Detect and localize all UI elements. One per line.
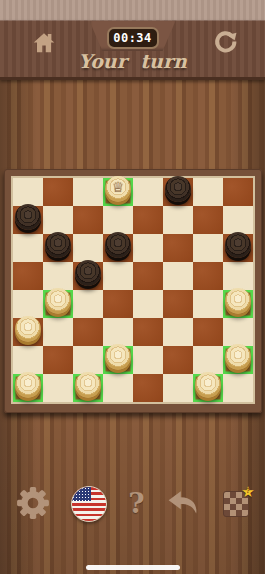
square-r6c1[interactable] — [43, 346, 73, 374]
gear-icon — [16, 486, 50, 523]
square-r2c0[interactable] — [13, 234, 43, 262]
settings-button[interactable] — [16, 486, 50, 523]
square-r6c6[interactable] — [193, 346, 223, 374]
square-r0c7[interactable] — [223, 178, 253, 206]
square-r5c6[interactable] — [193, 318, 223, 346]
square-r5c4[interactable] — [133, 318, 163, 346]
square-r0c0[interactable] — [13, 178, 43, 206]
white-man[interactable] — [15, 372, 41, 398]
square-r0c6[interactable] — [193, 178, 223, 206]
square-r2c3[interactable] — [103, 234, 133, 262]
square-r7c7[interactable] — [223, 374, 253, 402]
puzzles-button[interactable]: ★ ? — [223, 491, 249, 517]
black-man[interactable] — [225, 232, 251, 258]
crown-icon: ♕ — [112, 179, 125, 195]
board-frame-pinstripe: ♕ — [11, 176, 255, 404]
square-r7c3[interactable] — [103, 374, 133, 402]
undo-arrow-icon — [166, 487, 202, 522]
square-r6c5[interactable] — [163, 346, 193, 374]
white-man[interactable] — [225, 288, 251, 314]
star-badge-icon: ★ ? — [239, 483, 257, 501]
help-button[interactable]: ? — [128, 490, 144, 518]
square-r5c5[interactable] — [163, 318, 193, 346]
square-r5c7[interactable] — [223, 318, 253, 346]
square-r3c2[interactable] — [73, 262, 103, 290]
square-r1c0[interactable] — [13, 206, 43, 234]
square-r7c1[interactable] — [43, 374, 73, 402]
square-r1c7[interactable] — [223, 206, 253, 234]
square-r3c7[interactable] — [223, 262, 253, 290]
square-r0c3[interactable]: ♕ — [103, 178, 133, 206]
status-strip — [0, 0, 265, 20]
square-r4c3[interactable] — [103, 290, 133, 318]
square-r3c0[interactable] — [13, 262, 43, 290]
square-r0c2[interactable] — [73, 178, 103, 206]
square-r7c4[interactable] — [133, 374, 163, 402]
square-r4c2[interactable] — [73, 290, 103, 318]
square-r0c5[interactable] — [163, 178, 193, 206]
black-man[interactable] — [45, 232, 71, 258]
square-r7c5[interactable] — [163, 374, 193, 402]
square-r5c3[interactable] — [103, 318, 133, 346]
square-r0c4[interactable] — [133, 178, 163, 206]
timer: 00:34 — [107, 27, 159, 49]
square-r1c3[interactable] — [103, 206, 133, 234]
bottom-toolbar: ? ★ ? — [0, 485, 265, 523]
square-r6c3[interactable] — [103, 346, 133, 374]
square-r6c4[interactable] — [133, 346, 163, 374]
square-r7c2[interactable] — [73, 374, 103, 402]
white-king[interactable]: ♕ — [105, 176, 131, 202]
square-r2c6[interactable] — [193, 234, 223, 262]
white-man[interactable] — [105, 344, 131, 370]
square-r1c6[interactable] — [193, 206, 223, 234]
square-r4c6[interactable] — [193, 290, 223, 318]
square-r1c4[interactable] — [133, 206, 163, 234]
square-r1c1[interactable] — [43, 206, 73, 234]
square-r0c1[interactable] — [43, 178, 73, 206]
undo-button[interactable] — [166, 487, 202, 522]
black-man[interactable] — [165, 176, 191, 202]
white-man[interactable] — [195, 372, 221, 398]
square-r5c2[interactable] — [73, 318, 103, 346]
white-man[interactable] — [45, 288, 71, 314]
black-man[interactable] — [75, 260, 101, 286]
square-r6c0[interactable] — [13, 346, 43, 374]
square-r5c1[interactable] — [43, 318, 73, 346]
square-r4c4[interactable] — [133, 290, 163, 318]
square-r2c4[interactable] — [133, 234, 163, 262]
black-man[interactable] — [15, 204, 41, 230]
white-man[interactable] — [75, 372, 101, 398]
square-r5c0[interactable] — [13, 318, 43, 346]
turn-status: Your turn — [0, 50, 265, 72]
app-screen: 00:34 Your turn ♕ — [0, 0, 265, 574]
square-r3c3[interactable] — [103, 262, 133, 290]
square-r7c6[interactable] — [193, 374, 223, 402]
black-man[interactable] — [105, 232, 131, 258]
square-r4c1[interactable] — [43, 290, 73, 318]
language-button[interactable] — [71, 486, 107, 522]
star-badge-label: ? — [239, 487, 257, 494]
us-flag-icon — [71, 486, 107, 522]
square-r2c7[interactable] — [223, 234, 253, 262]
square-r3c6[interactable] — [193, 262, 223, 290]
square-r3c1[interactable] — [43, 262, 73, 290]
square-r3c5[interactable] — [163, 262, 193, 290]
white-man[interactable] — [15, 316, 41, 342]
square-r3c4[interactable] — [133, 262, 163, 290]
board-grid: ♕ — [13, 178, 253, 402]
question-mark-icon: ? — [128, 490, 144, 518]
header-bar: 00:34 Your turn — [0, 20, 265, 80]
square-r2c2[interactable] — [73, 234, 103, 262]
timer-text: 00:34 — [113, 32, 152, 44]
square-r6c7[interactable] — [223, 346, 253, 374]
square-r4c5[interactable] — [163, 290, 193, 318]
home-indicator-bar[interactable] — [86, 565, 180, 570]
checkers-board: ♕ — [4, 169, 262, 413]
square-r2c5[interactable] — [163, 234, 193, 262]
square-r4c7[interactable] — [223, 290, 253, 318]
white-man[interactable] — [225, 344, 251, 370]
square-r4c0[interactable] — [13, 290, 43, 318]
square-r6c2[interactable] — [73, 346, 103, 374]
square-r1c2[interactable] — [73, 206, 103, 234]
flag-canton — [72, 487, 91, 501]
square-r2c1[interactable] — [43, 234, 73, 262]
square-r7c0[interactable] — [13, 374, 43, 402]
square-r1c5[interactable] — [163, 206, 193, 234]
